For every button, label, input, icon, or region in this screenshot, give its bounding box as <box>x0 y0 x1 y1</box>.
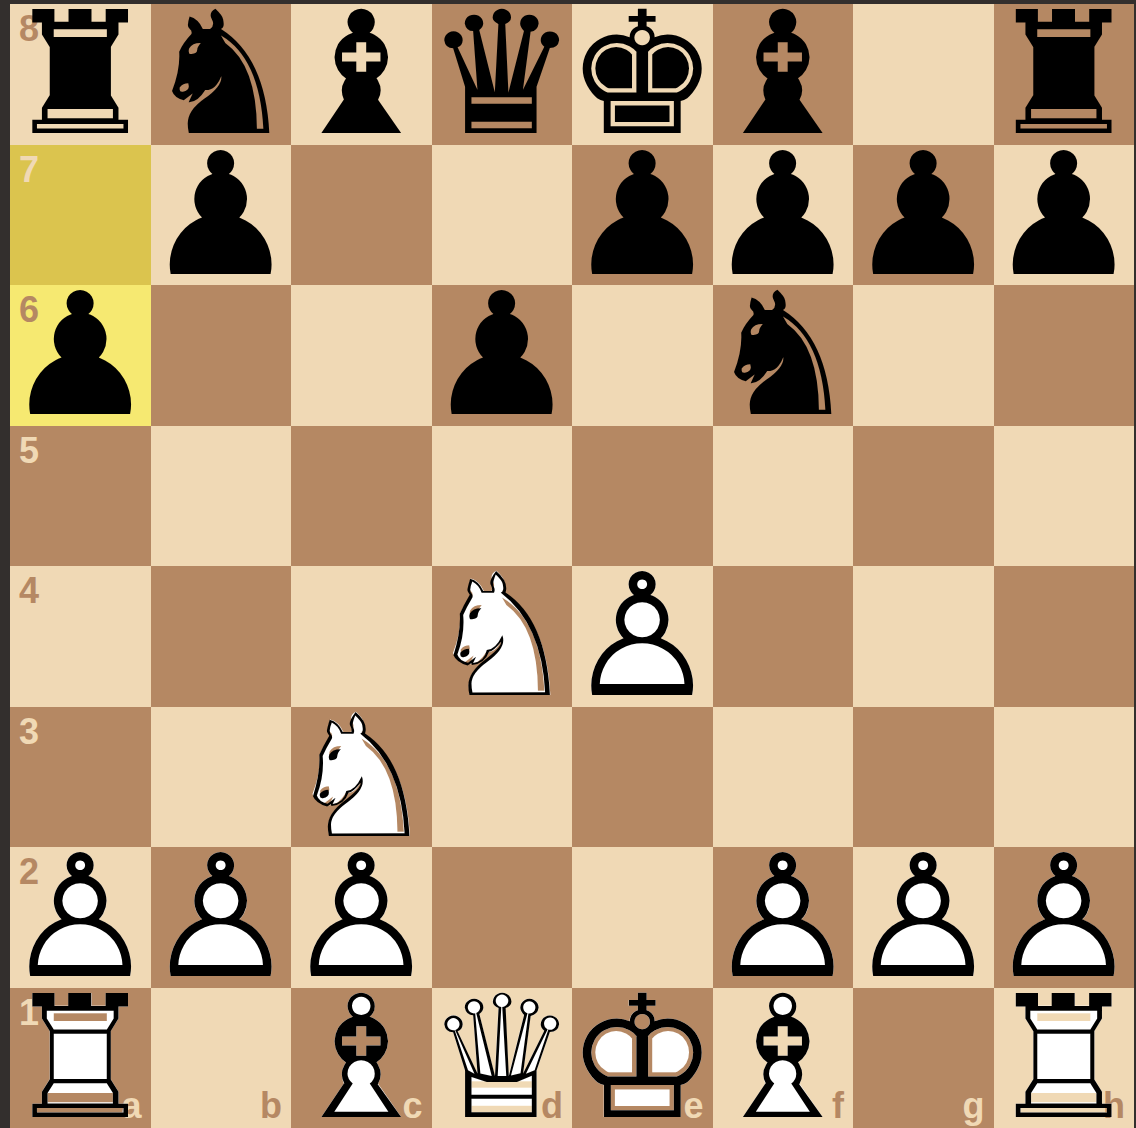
white-bishop-outline-icon: ♗ <box>285 973 437 1128</box>
black-rook-icon: ♜ <box>4 0 156 159</box>
black-pawn-icon: ♟ <box>847 130 999 300</box>
piece-white-pawn-g2[interactable]: ♟♙ <box>847 832 999 1002</box>
square-h1[interactable]: h♜♖ <box>994 988 1135 1128</box>
square-b7[interactable]: ♟ <box>151 145 292 286</box>
square-b4[interactable] <box>151 566 292 707</box>
square-g1[interactable]: g <box>853 988 994 1128</box>
piece-black-pawn-h7[interactable]: ♟ <box>988 130 1136 300</box>
black-knight-icon: ♞ <box>707 270 859 440</box>
square-b6[interactable] <box>151 285 292 426</box>
white-knight-outline-icon: ♘ <box>426 551 578 721</box>
piece-black-knight-f6[interactable]: ♞ <box>707 270 859 440</box>
black-bishop-icon: ♝ <box>285 0 437 159</box>
square-h4[interactable] <box>994 566 1135 707</box>
board-frame: 8♜♞♝♛♚♝♜7♟♟♟♟♟6♟♟♞54♞♘♟♙3♞♘2♟♙♟♙♟♙♟♙♟♙♟♙… <box>0 0 1136 1128</box>
white-queen-outline-icon: ♕ <box>426 973 578 1128</box>
square-f5[interactable] <box>713 426 854 567</box>
piece-white-pawn-b2[interactable]: ♟♙ <box>145 832 297 1002</box>
square-h5[interactable] <box>994 426 1135 567</box>
square-e4[interactable]: ♟♙ <box>572 566 713 707</box>
piece-black-pawn-b7[interactable]: ♟ <box>145 130 297 300</box>
square-d6[interactable]: ♟ <box>432 285 573 426</box>
rank-label-7: 7 <box>19 152 39 188</box>
piece-black-bishop-c8[interactable]: ♝ <box>285 0 437 159</box>
black-pawn-icon: ♟ <box>566 130 718 300</box>
square-b1[interactable]: b <box>151 988 292 1128</box>
white-pawn-outline-icon: ♙ <box>847 832 999 1002</box>
black-pawn-icon: ♟ <box>426 270 578 440</box>
square-e7[interactable]: ♟ <box>572 145 713 286</box>
piece-black-queen-d8[interactable]: ♛ <box>426 0 578 159</box>
piece-white-bishop-f1[interactable]: ♝♗ <box>707 973 859 1128</box>
piece-white-rook-a1[interactable]: ♜♖ <box>4 973 156 1128</box>
black-pawn-icon: ♟ <box>988 130 1136 300</box>
piece-white-bishop-c1[interactable]: ♝♗ <box>285 973 437 1128</box>
piece-black-pawn-g7[interactable]: ♟ <box>847 130 999 300</box>
square-a6[interactable]: 6♟ <box>10 285 151 426</box>
square-f1[interactable]: f♝♗ <box>713 988 854 1128</box>
white-rook-outline-icon: ♖ <box>988 973 1136 1128</box>
square-e3[interactable] <box>572 707 713 848</box>
square-c1[interactable]: c♝♗ <box>291 988 432 1128</box>
white-king-outline-icon: ♔ <box>566 973 718 1128</box>
square-a5[interactable]: 5 <box>10 426 151 567</box>
square-a1[interactable]: 1a♜♖ <box>10 988 151 1128</box>
square-c7[interactable] <box>291 145 432 286</box>
square-b5[interactable] <box>151 426 292 567</box>
square-d8[interactable]: ♛ <box>432 4 573 145</box>
square-f4[interactable] <box>713 566 854 707</box>
piece-black-pawn-e7[interactable]: ♟ <box>566 130 718 300</box>
square-d3[interactable] <box>432 707 573 848</box>
square-g4[interactable] <box>853 566 994 707</box>
white-pawn-outline-icon: ♙ <box>566 551 718 721</box>
square-g2[interactable]: ♟♙ <box>853 847 994 988</box>
white-pawn-outline-icon: ♙ <box>145 832 297 1002</box>
square-d1[interactable]: d♛♕ <box>432 988 573 1128</box>
piece-white-pawn-e4[interactable]: ♟♙ <box>566 551 718 721</box>
square-b2[interactable]: ♟♙ <box>151 847 292 988</box>
square-c6[interactable] <box>291 285 432 426</box>
black-queen-icon: ♛ <box>426 0 578 159</box>
square-a8[interactable]: 8♜ <box>10 4 151 145</box>
white-bishop-outline-icon: ♗ <box>707 973 859 1128</box>
square-g5[interactable] <box>853 426 994 567</box>
black-pawn-icon: ♟ <box>4 270 156 440</box>
square-h7[interactable]: ♟ <box>994 145 1135 286</box>
square-c5[interactable] <box>291 426 432 567</box>
piece-white-rook-h1[interactable]: ♜♖ <box>988 973 1136 1128</box>
square-e1[interactable]: e♚♔ <box>572 988 713 1128</box>
piece-black-pawn-a6[interactable]: ♟ <box>4 270 156 440</box>
square-g7[interactable]: ♟ <box>853 145 994 286</box>
rank-label-3: 3 <box>19 714 39 750</box>
square-e6[interactable] <box>572 285 713 426</box>
piece-white-king-e1[interactable]: ♚♔ <box>566 973 718 1128</box>
white-rook-outline-icon: ♖ <box>4 973 156 1128</box>
piece-black-pawn-d6[interactable]: ♟ <box>426 270 578 440</box>
square-a4[interactable]: 4 <box>10 566 151 707</box>
black-pawn-icon: ♟ <box>145 130 297 300</box>
square-c8[interactable]: ♝ <box>291 4 432 145</box>
piece-white-queen-d1[interactable]: ♛♕ <box>426 973 578 1128</box>
rank-label-4: 4 <box>19 573 39 609</box>
file-label-g: g <box>963 1088 985 1124</box>
rank-label-5: 5 <box>19 433 39 469</box>
square-f6[interactable]: ♞ <box>713 285 854 426</box>
square-g6[interactable] <box>853 285 994 426</box>
piece-black-rook-a8[interactable]: ♜ <box>4 0 156 159</box>
chess-board: 8♜♞♝♛♚♝♜7♟♟♟♟♟6♟♟♞54♞♘♟♙3♞♘2♟♙♟♙♟♙♟♙♟♙♟♙… <box>10 4 1134 1128</box>
piece-white-knight-d4[interactable]: ♞♘ <box>426 551 578 721</box>
square-d4[interactable]: ♞♘ <box>432 566 573 707</box>
square-h6[interactable] <box>994 285 1135 426</box>
file-label-b: b <box>260 1088 282 1124</box>
